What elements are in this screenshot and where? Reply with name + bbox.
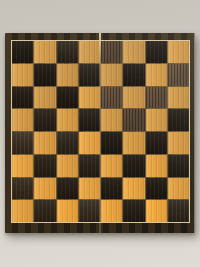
board-square-r7c8 bbox=[168, 178, 189, 200]
board-square-r7c4 bbox=[79, 178, 100, 200]
board-square-r5c5 bbox=[101, 132, 122, 154]
board-square-r8c2 bbox=[34, 200, 55, 222]
board-grid bbox=[12, 41, 189, 222]
board-square-r4c7 bbox=[146, 109, 167, 131]
photo-background bbox=[0, 0, 200, 267]
board-square-r4c6 bbox=[123, 109, 144, 131]
board-square-r8c4 bbox=[79, 200, 100, 222]
board-square-r4c4 bbox=[79, 109, 100, 131]
board-square-r5c6 bbox=[123, 132, 144, 154]
chessboard-frame bbox=[5, 33, 195, 233]
board-square-r7c6 bbox=[123, 178, 144, 200]
board-square-r8c5 bbox=[101, 200, 122, 222]
board-square-r1c1 bbox=[12, 41, 33, 63]
board-square-r1c7 bbox=[146, 41, 167, 63]
board-square-r2c7 bbox=[146, 64, 167, 86]
board-square-r8c6 bbox=[123, 200, 144, 222]
board-square-r6c3 bbox=[57, 155, 78, 177]
board-square-r3c4 bbox=[79, 87, 100, 109]
board-square-r4c5 bbox=[101, 109, 122, 131]
board-square-r6c6 bbox=[123, 155, 144, 177]
board-square-r8c8 bbox=[168, 200, 189, 222]
board-square-r4c2 bbox=[34, 109, 55, 131]
board-square-r8c3 bbox=[57, 200, 78, 222]
board-square-r6c2 bbox=[34, 155, 55, 177]
board-square-r2c3 bbox=[57, 64, 78, 86]
board-square-r6c8 bbox=[168, 155, 189, 177]
board-square-r1c3 bbox=[57, 41, 78, 63]
board-square-r1c6 bbox=[123, 41, 144, 63]
board-square-r6c4 bbox=[79, 155, 100, 177]
board-square-r5c4 bbox=[79, 132, 100, 154]
board-square-r2c2 bbox=[34, 64, 55, 86]
board-square-r2c5 bbox=[101, 64, 122, 86]
board-square-r3c7 bbox=[146, 87, 167, 109]
board-square-r2c6 bbox=[123, 64, 144, 86]
board-square-r3c1 bbox=[12, 87, 33, 109]
board-square-r6c7 bbox=[146, 155, 167, 177]
board-square-r5c3 bbox=[57, 132, 78, 154]
board-square-r6c5 bbox=[101, 155, 122, 177]
board-square-r4c1 bbox=[12, 109, 33, 131]
board-square-r7c7 bbox=[146, 178, 167, 200]
board-square-r1c4 bbox=[79, 41, 100, 63]
board-square-r4c3 bbox=[57, 109, 78, 131]
board-square-r3c3 bbox=[57, 87, 78, 109]
board-square-r3c6 bbox=[123, 87, 144, 109]
board-square-r8c1 bbox=[12, 200, 33, 222]
board-square-r5c2 bbox=[34, 132, 55, 154]
board-square-r1c5 bbox=[101, 41, 122, 63]
board-square-r7c2 bbox=[34, 178, 55, 200]
board-square-r4c8 bbox=[168, 109, 189, 131]
board-square-r7c3 bbox=[57, 178, 78, 200]
board-square-r3c5 bbox=[101, 87, 122, 109]
board-square-r2c8 bbox=[168, 64, 189, 86]
board-square-r2c4 bbox=[79, 64, 100, 86]
board-square-r5c1 bbox=[12, 132, 33, 154]
board-square-r7c5 bbox=[101, 178, 122, 200]
board-square-r5c7 bbox=[146, 132, 167, 154]
board-square-r8c7 bbox=[146, 200, 167, 222]
board-square-r2c1 bbox=[12, 64, 33, 86]
board-square-r3c2 bbox=[34, 87, 55, 109]
board-square-r7c1 bbox=[12, 178, 33, 200]
board-square-r1c2 bbox=[34, 41, 55, 63]
board-square-r1c8 bbox=[168, 41, 189, 63]
board-square-r6c1 bbox=[12, 155, 33, 177]
board-square-r5c8 bbox=[168, 132, 189, 154]
board-square-r3c8 bbox=[168, 87, 189, 109]
